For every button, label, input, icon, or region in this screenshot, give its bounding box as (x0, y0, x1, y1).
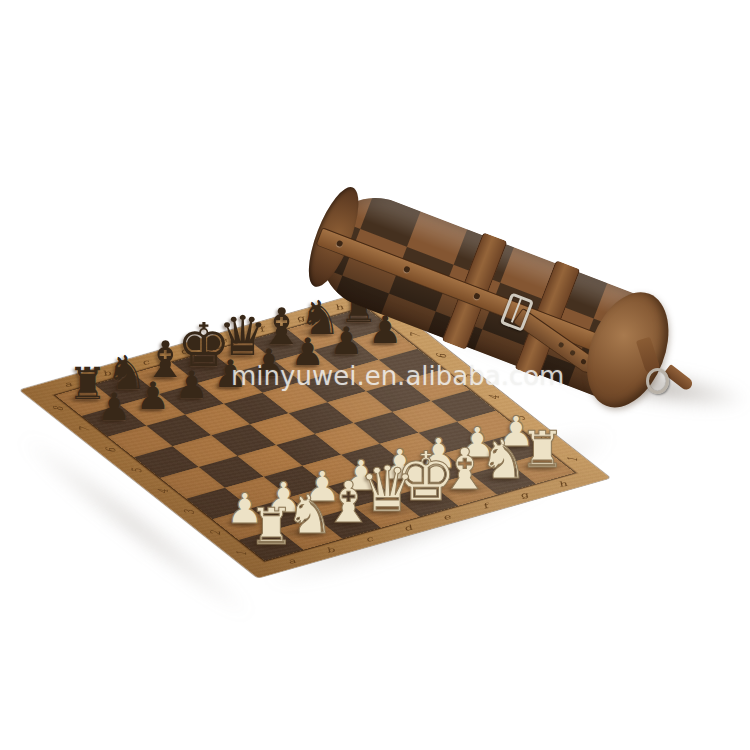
file-label: f (256, 325, 266, 333)
file-label: g (517, 491, 530, 500)
rivet-icon (336, 240, 344, 248)
rivet-icon (403, 265, 411, 273)
file-label: h (556, 480, 569, 489)
file-label: g (293, 314, 306, 323)
case-ring-icon (646, 368, 669, 394)
rank-label: 8 (50, 406, 66, 411)
file-label: h (332, 303, 345, 312)
file-label: e (216, 336, 229, 345)
file-label: a (285, 557, 298, 566)
file-label: b (323, 546, 336, 555)
rank-label: 3 (512, 415, 528, 420)
rivet-icon (473, 292, 481, 300)
rank-label: 5 (129, 468, 145, 473)
file-label: c (363, 535, 375, 543)
file-label: f (480, 502, 490, 510)
product-photo: aabbccddeeffgghh8877665544332211 ♜♞♝♚♛♝♞… (0, 0, 750, 750)
rank-label: 2 (538, 436, 554, 441)
rank-label: 1 (233, 551, 249, 556)
rank-label: 4 (486, 395, 502, 400)
file-label: c (139, 358, 151, 366)
rank-label: 4 (155, 489, 171, 494)
rank-label: 6 (433, 353, 449, 358)
file-label: b (100, 369, 113, 378)
rank-label: 6 (102, 447, 118, 452)
rank-label: 3 (181, 509, 197, 514)
rank-label: 7 (76, 427, 92, 432)
rank-label: 5 (459, 374, 475, 379)
file-label: e (440, 513, 453, 522)
rank-label: 7 (407, 333, 423, 338)
rank-label: 1 (564, 457, 580, 462)
file-label: a (61, 380, 74, 389)
rank-label: 2 (207, 530, 223, 535)
file-label: d (177, 347, 190, 356)
file-label: d (401, 524, 414, 533)
